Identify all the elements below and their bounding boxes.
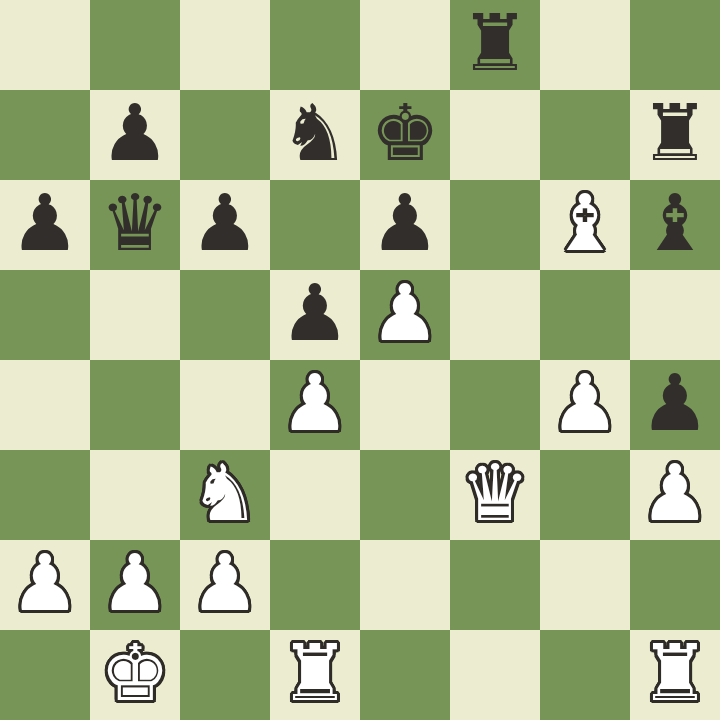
square-h8[interactable] bbox=[630, 0, 720, 90]
square-e6[interactable]: ♟ bbox=[360, 180, 450, 270]
square-h2[interactable] bbox=[630, 540, 720, 630]
white-bishop[interactable]: ♝ bbox=[550, 178, 620, 268]
square-f8[interactable]: ♜ bbox=[450, 0, 540, 90]
black-rook[interactable]: ♜ bbox=[460, 0, 530, 88]
square-b3[interactable] bbox=[90, 450, 180, 540]
white-knight[interactable]: ♞ bbox=[190, 448, 260, 538]
square-a4[interactable] bbox=[0, 360, 90, 450]
square-f5[interactable] bbox=[450, 270, 540, 360]
square-h4[interactable]: ♟ bbox=[630, 360, 720, 450]
square-f6[interactable] bbox=[450, 180, 540, 270]
square-b5[interactable] bbox=[90, 270, 180, 360]
square-h7[interactable]: ♜ bbox=[630, 90, 720, 180]
square-e1[interactable] bbox=[360, 630, 450, 720]
black-queen[interactable]: ♛ bbox=[100, 178, 170, 268]
square-b4[interactable] bbox=[90, 360, 180, 450]
square-g7[interactable] bbox=[540, 90, 630, 180]
square-a5[interactable] bbox=[0, 270, 90, 360]
square-h1[interactable]: ♜ bbox=[630, 630, 720, 720]
square-c4[interactable] bbox=[180, 360, 270, 450]
white-pawn[interactable]: ♟ bbox=[640, 448, 710, 538]
square-b2[interactable]: ♟ bbox=[90, 540, 180, 630]
square-f4[interactable] bbox=[450, 360, 540, 450]
square-a1[interactable] bbox=[0, 630, 90, 720]
square-d5[interactable]: ♟ bbox=[270, 270, 360, 360]
square-e7[interactable]: ♚ bbox=[360, 90, 450, 180]
black-rook[interactable]: ♜ bbox=[640, 88, 710, 178]
square-a2[interactable]: ♟ bbox=[0, 540, 90, 630]
black-bishop[interactable]: ♝ bbox=[640, 178, 710, 268]
white-pawn[interactable]: ♟ bbox=[190, 538, 260, 628]
black-king[interactable]: ♚ bbox=[370, 88, 440, 178]
square-c2[interactable]: ♟ bbox=[180, 540, 270, 630]
square-e3[interactable] bbox=[360, 450, 450, 540]
white-king[interactable]: ♚ bbox=[100, 628, 170, 718]
square-c7[interactable] bbox=[180, 90, 270, 180]
square-g8[interactable] bbox=[540, 0, 630, 90]
black-pawn[interactable]: ♟ bbox=[370, 178, 440, 268]
square-h5[interactable] bbox=[630, 270, 720, 360]
white-pawn[interactable]: ♟ bbox=[10, 538, 80, 628]
square-e5[interactable]: ♟ bbox=[360, 270, 450, 360]
square-d2[interactable] bbox=[270, 540, 360, 630]
square-a3[interactable] bbox=[0, 450, 90, 540]
chess-board: ♜♟♞♚♜♟♛♟♟♝♝♟♟♟♟♟♞♛♟♟♟♟♚♜♜ bbox=[0, 0, 720, 720]
square-b1[interactable]: ♚ bbox=[90, 630, 180, 720]
square-g1[interactable] bbox=[540, 630, 630, 720]
black-knight[interactable]: ♞ bbox=[280, 88, 350, 178]
black-pawn[interactable]: ♟ bbox=[190, 178, 260, 268]
white-pawn[interactable]: ♟ bbox=[550, 358, 620, 448]
square-a6[interactable]: ♟ bbox=[0, 180, 90, 270]
square-g4[interactable]: ♟ bbox=[540, 360, 630, 450]
square-a7[interactable] bbox=[0, 90, 90, 180]
square-f7[interactable] bbox=[450, 90, 540, 180]
square-d1[interactable]: ♜ bbox=[270, 630, 360, 720]
black-pawn[interactable]: ♟ bbox=[640, 358, 710, 448]
square-g3[interactable] bbox=[540, 450, 630, 540]
square-h3[interactable]: ♟ bbox=[630, 450, 720, 540]
square-c8[interactable] bbox=[180, 0, 270, 90]
square-f1[interactable] bbox=[450, 630, 540, 720]
square-d6[interactable] bbox=[270, 180, 360, 270]
square-c5[interactable] bbox=[180, 270, 270, 360]
square-g5[interactable] bbox=[540, 270, 630, 360]
square-d4[interactable]: ♟ bbox=[270, 360, 360, 450]
square-g2[interactable] bbox=[540, 540, 630, 630]
square-c3[interactable]: ♞ bbox=[180, 450, 270, 540]
white-pawn[interactable]: ♟ bbox=[280, 358, 350, 448]
square-d3[interactable] bbox=[270, 450, 360, 540]
square-h6[interactable]: ♝ bbox=[630, 180, 720, 270]
square-e8[interactable] bbox=[360, 0, 450, 90]
square-a8[interactable] bbox=[0, 0, 90, 90]
square-b6[interactable]: ♛ bbox=[90, 180, 180, 270]
square-f3[interactable]: ♛ bbox=[450, 450, 540, 540]
white-rook[interactable]: ♜ bbox=[280, 628, 350, 718]
black-pawn[interactable]: ♟ bbox=[280, 268, 350, 358]
square-b7[interactable]: ♟ bbox=[90, 90, 180, 180]
square-e4[interactable] bbox=[360, 360, 450, 450]
white-queen[interactable]: ♛ bbox=[460, 448, 530, 538]
square-b8[interactable] bbox=[90, 0, 180, 90]
square-c6[interactable]: ♟ bbox=[180, 180, 270, 270]
black-pawn[interactable]: ♟ bbox=[100, 88, 170, 178]
square-d7[interactable]: ♞ bbox=[270, 90, 360, 180]
black-pawn[interactable]: ♟ bbox=[10, 178, 80, 268]
square-c1[interactable] bbox=[180, 630, 270, 720]
square-f2[interactable] bbox=[450, 540, 540, 630]
square-g6[interactable]: ♝ bbox=[540, 180, 630, 270]
white-pawn[interactable]: ♟ bbox=[370, 268, 440, 358]
square-d8[interactable] bbox=[270, 0, 360, 90]
white-rook[interactable]: ♜ bbox=[640, 628, 710, 718]
square-e2[interactable] bbox=[360, 540, 450, 630]
white-pawn[interactable]: ♟ bbox=[100, 538, 170, 628]
